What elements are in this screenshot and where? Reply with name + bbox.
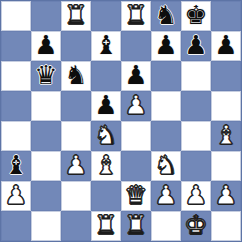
square-d6[interactable] [91, 61, 121, 91]
black-knight-piece: ♞ [64, 62, 87, 88]
square-h4[interactable]: ♝ [211, 121, 241, 151]
square-f2[interactable]: ♟ [151, 181, 181, 211]
white-pawn-piece: ♟ [184, 182, 207, 208]
square-g6[interactable] [181, 61, 211, 91]
black-pawn-piece: ♟ [34, 32, 57, 58]
square-b2[interactable] [31, 181, 61, 211]
square-e1[interactable]: ♜ [121, 211, 151, 241]
square-e4[interactable] [121, 121, 151, 151]
square-d7[interactable]: ♝ [91, 31, 121, 61]
black-pawn-piece: ♟ [154, 32, 177, 58]
square-b7[interactable]: ♟ [31, 31, 61, 61]
white-pawn-piece: ♟ [64, 152, 87, 178]
square-e8[interactable]: ♜ [121, 1, 151, 31]
square-b4[interactable] [31, 121, 61, 151]
square-a5[interactable] [1, 91, 31, 121]
square-h3[interactable] [211, 151, 241, 181]
white-king-piece: ♚ [184, 212, 207, 238]
white-rook-piece: ♜ [124, 212, 147, 238]
square-e3[interactable] [121, 151, 151, 181]
square-c4[interactable] [61, 121, 91, 151]
white-rook-piece: ♜ [64, 2, 87, 28]
white-rook-piece: ♜ [94, 212, 117, 238]
square-h7[interactable]: ♟ [211, 31, 241, 61]
square-g4[interactable] [181, 121, 211, 151]
square-e5[interactable]: ♟ [121, 91, 151, 121]
square-d3[interactable]: ♝ [91, 151, 121, 181]
chess-board: ♜♜♞♚♟♝♟♟♟♛♞♟♟♟♞♝♝♟♝♞♟♛♟♟♟♜♜♚ [0, 0, 242, 242]
white-queen-piece: ♛ [124, 182, 147, 208]
white-bishop-piece: ♝ [94, 152, 117, 178]
white-pawn-piece: ♟ [124, 92, 147, 118]
square-h1[interactable] [211, 211, 241, 241]
square-a2[interactable]: ♟ [1, 181, 31, 211]
square-g7[interactable]: ♟ [181, 31, 211, 61]
square-f1[interactable] [151, 211, 181, 241]
square-f8[interactable]: ♞ [151, 1, 181, 31]
white-knight-piece: ♞ [94, 122, 117, 148]
black-pawn-piece: ♟ [214, 32, 237, 58]
square-h8[interactable] [211, 1, 241, 31]
white-rook-piece: ♜ [124, 2, 147, 28]
black-king-piece: ♚ [184, 2, 207, 28]
square-g5[interactable] [181, 91, 211, 121]
square-c7[interactable] [61, 31, 91, 61]
square-f7[interactable]: ♟ [151, 31, 181, 61]
black-knight-piece: ♞ [154, 2, 177, 28]
square-b8[interactable] [31, 1, 61, 31]
square-d1[interactable]: ♜ [91, 211, 121, 241]
black-pawn-piece: ♟ [94, 92, 117, 118]
square-h6[interactable] [211, 61, 241, 91]
square-f4[interactable] [151, 121, 181, 151]
square-c6[interactable]: ♞ [61, 61, 91, 91]
square-b5[interactable] [31, 91, 61, 121]
square-c2[interactable] [61, 181, 91, 211]
square-e7[interactable] [121, 31, 151, 61]
square-f3[interactable]: ♞ [151, 151, 181, 181]
square-d5[interactable]: ♟ [91, 91, 121, 121]
black-pawn-piece: ♟ [184, 32, 207, 58]
square-a7[interactable] [1, 31, 31, 61]
square-g8[interactable]: ♚ [181, 1, 211, 31]
white-bishop-piece: ♝ [214, 122, 237, 148]
square-c5[interactable] [61, 91, 91, 121]
black-pawn-piece: ♟ [124, 62, 147, 88]
square-c8[interactable]: ♜ [61, 1, 91, 31]
white-knight-piece: ♞ [154, 152, 177, 178]
black-bishop-piece: ♝ [94, 32, 117, 58]
square-a1[interactable] [1, 211, 31, 241]
square-e2[interactable]: ♛ [121, 181, 151, 211]
square-d2[interactable] [91, 181, 121, 211]
square-g1[interactable]: ♚ [181, 211, 211, 241]
square-b6[interactable]: ♛ [31, 61, 61, 91]
square-f5[interactable] [151, 91, 181, 121]
white-pawn-piece: ♟ [214, 182, 237, 208]
black-bishop-piece: ♝ [4, 152, 27, 178]
square-h5[interactable] [211, 91, 241, 121]
square-b3[interactable] [31, 151, 61, 181]
square-c1[interactable] [61, 211, 91, 241]
square-g3[interactable] [181, 151, 211, 181]
square-h2[interactable]: ♟ [211, 181, 241, 211]
square-b1[interactable] [31, 211, 61, 241]
white-pawn-piece: ♟ [154, 182, 177, 208]
square-d4[interactable]: ♞ [91, 121, 121, 151]
square-d8[interactable] [91, 1, 121, 31]
square-a3[interactable]: ♝ [1, 151, 31, 181]
square-a4[interactable] [1, 121, 31, 151]
white-pawn-piece: ♟ [4, 182, 27, 208]
square-a8[interactable] [1, 1, 31, 31]
black-queen-piece: ♛ [34, 62, 57, 88]
square-a6[interactable] [1, 61, 31, 91]
square-g2[interactable]: ♟ [181, 181, 211, 211]
square-e6[interactable]: ♟ [121, 61, 151, 91]
square-f6[interactable] [151, 61, 181, 91]
square-c3[interactable]: ♟ [61, 151, 91, 181]
